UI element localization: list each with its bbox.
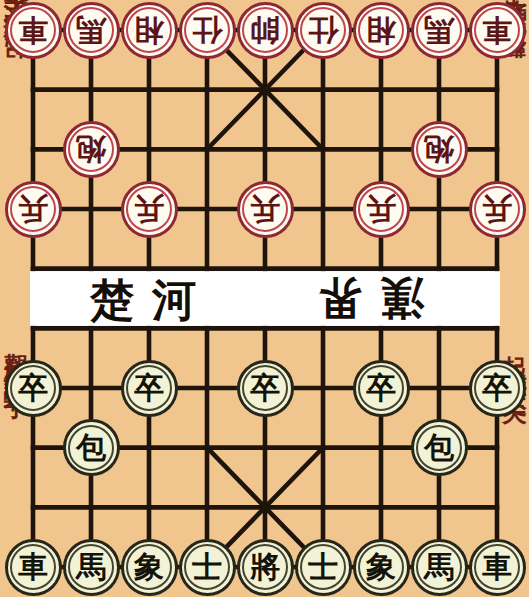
piece-inner-ring: 馬 (416, 7, 462, 53)
piece-character: 車 (18, 552, 48, 582)
piece-character: 士 (192, 552, 222, 582)
piece-character: 車 (482, 552, 512, 582)
piece-inner-ring: 士 (300, 544, 346, 590)
piece-inner-ring: 卒 (358, 365, 404, 411)
piece-character: 馬 (76, 15, 106, 45)
piece-character: 兵 (18, 194, 48, 224)
piece-character: 士 (308, 552, 338, 582)
piece-inner-ring: 相 (358, 7, 404, 53)
piece-red-chariot[interactable]: 車 (469, 2, 526, 59)
piece-character: 仕 (192, 15, 222, 45)
piece-black-chariot[interactable]: 車 (469, 539, 526, 596)
piece-red-advisor[interactable]: 仕 (295, 2, 352, 59)
piece-inner-ring: 士 (184, 544, 230, 590)
piece-character: 車 (482, 15, 512, 45)
piece-character: 卒 (134, 373, 164, 403)
river-label-han-jie: 漢界 (300, 272, 424, 326)
piece-inner-ring: 兵 (126, 186, 172, 232)
piece-inner-ring: 卒 (126, 365, 172, 411)
piece-inner-ring: 卒 (10, 365, 56, 411)
piece-inner-ring: 包 (416, 425, 462, 471)
piece-red-soldier[interactable]: 兵 (469, 181, 526, 238)
piece-red-horse[interactable]: 馬 (63, 2, 120, 59)
piece-character: 相 (366, 15, 396, 45)
piece-black-cannon[interactable]: 包 (63, 419, 120, 476)
piece-black-horse[interactable]: 馬 (411, 539, 468, 596)
piece-red-soldier[interactable]: 兵 (5, 181, 62, 238)
piece-red-soldier[interactable]: 兵 (237, 181, 294, 238)
piece-inner-ring: 兵 (242, 186, 288, 232)
piece-black-general[interactable]: 將 (237, 539, 294, 596)
piece-character: 卒 (366, 373, 396, 403)
piece-red-cannon[interactable]: 炮 (63, 121, 120, 178)
piece-character: 卒 (18, 373, 48, 403)
piece-inner-ring: 炮 (416, 126, 462, 172)
piece-inner-ring: 兵 (10, 186, 56, 232)
piece-inner-ring: 象 (358, 544, 404, 590)
piece-character: 相 (134, 15, 164, 45)
piece-black-soldier[interactable]: 卒 (5, 360, 62, 417)
piece-inner-ring: 仕 (300, 7, 346, 53)
piece-black-soldier[interactable]: 卒 (237, 360, 294, 417)
piece-character: 炮 (424, 134, 454, 164)
piece-red-general[interactable]: 帥 (237, 2, 294, 59)
piece-black-elephant[interactable]: 象 (353, 539, 410, 596)
piece-red-soldier[interactable]: 兵 (353, 181, 410, 238)
piece-inner-ring: 車 (10, 544, 56, 590)
piece-red-chariot[interactable]: 車 (5, 2, 62, 59)
piece-inner-ring: 帥 (242, 7, 288, 53)
piece-character: 兵 (250, 194, 280, 224)
piece-inner-ring: 包 (68, 425, 114, 471)
piece-character: 象 (134, 552, 164, 582)
piece-character: 包 (76, 433, 106, 463)
piece-inner-ring: 兵 (474, 186, 520, 232)
piece-red-elephant[interactable]: 相 (353, 2, 410, 59)
piece-character: 兵 (366, 194, 396, 224)
piece-inner-ring: 卒 (242, 365, 288, 411)
piece-character: 象 (366, 552, 396, 582)
piece-inner-ring: 車 (10, 7, 56, 53)
piece-character: 將 (250, 552, 280, 582)
piece-character: 仕 (308, 15, 338, 45)
piece-character: 車 (18, 15, 48, 45)
piece-black-elephant[interactable]: 象 (121, 539, 178, 596)
piece-red-cannon[interactable]: 炮 (411, 121, 468, 178)
piece-character: 包 (424, 433, 454, 463)
piece-black-soldier[interactable]: 卒 (469, 360, 526, 417)
piece-inner-ring: 仕 (184, 7, 230, 53)
piece-character: 卒 (250, 373, 280, 403)
piece-inner-ring: 將 (242, 544, 288, 590)
piece-inner-ring: 車 (474, 7, 520, 53)
piece-character: 卒 (482, 373, 512, 403)
piece-inner-ring: 炮 (68, 126, 114, 172)
piece-red-advisor[interactable]: 仕 (179, 2, 236, 59)
piece-red-soldier[interactable]: 兵 (121, 181, 178, 238)
piece-black-soldier[interactable]: 卒 (353, 360, 410, 417)
piece-black-horse[interactable]: 馬 (63, 539, 120, 596)
piece-black-advisor[interactable]: 士 (295, 539, 352, 596)
piece-character: 炮 (76, 134, 106, 164)
xiangqi-board[interactable]: 起手無回大丈夫 觀棋不語真君子 觀棋不語真君子 起手無回大丈夫 楚河 漢界 車馬… (0, 0, 529, 597)
piece-black-soldier[interactable]: 卒 (121, 360, 178, 417)
board-grid-lines (0, 0, 529, 597)
piece-black-cannon[interactable]: 包 (411, 419, 468, 476)
piece-inner-ring: 車 (474, 544, 520, 590)
piece-character: 馬 (76, 552, 106, 582)
piece-inner-ring: 象 (126, 544, 172, 590)
piece-red-horse[interactable]: 馬 (411, 2, 468, 59)
river-label-chu-he: 楚河 (90, 272, 214, 326)
piece-inner-ring: 兵 (358, 186, 404, 232)
piece-inner-ring: 卒 (474, 365, 520, 411)
piece-black-advisor[interactable]: 士 (179, 539, 236, 596)
piece-character: 帥 (250, 15, 280, 45)
piece-inner-ring: 相 (126, 7, 172, 53)
piece-inner-ring: 馬 (68, 544, 114, 590)
piece-character: 馬 (424, 552, 454, 582)
piece-character: 馬 (424, 15, 454, 45)
piece-inner-ring: 馬 (68, 7, 114, 53)
piece-red-elephant[interactable]: 相 (121, 2, 178, 59)
piece-character: 兵 (482, 194, 512, 224)
piece-inner-ring: 馬 (416, 544, 462, 590)
piece-character: 兵 (134, 194, 164, 224)
piece-black-chariot[interactable]: 車 (5, 539, 62, 596)
